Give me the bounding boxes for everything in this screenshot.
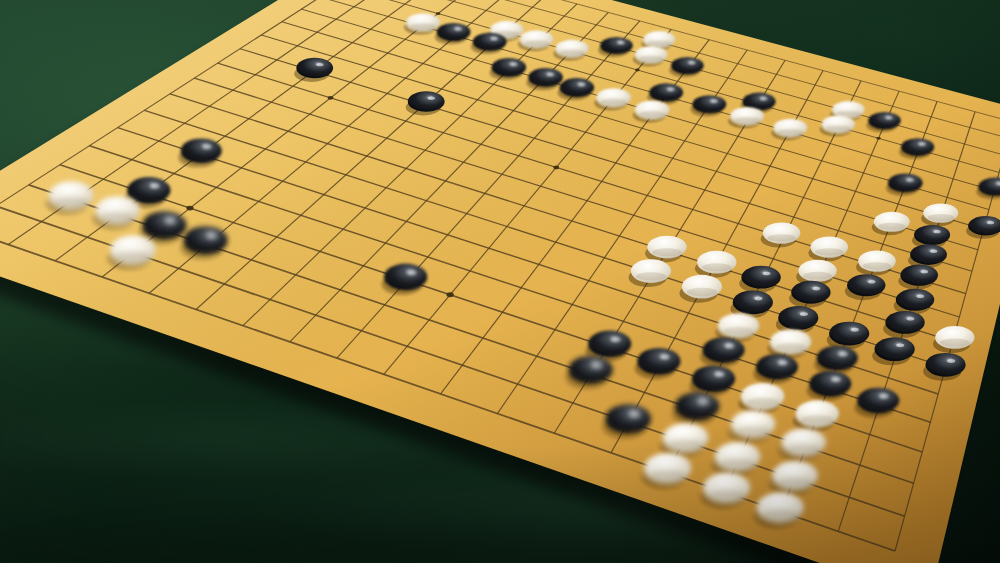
table-felt [0, 0, 1000, 563]
go-board-photo [0, 0, 1000, 563]
